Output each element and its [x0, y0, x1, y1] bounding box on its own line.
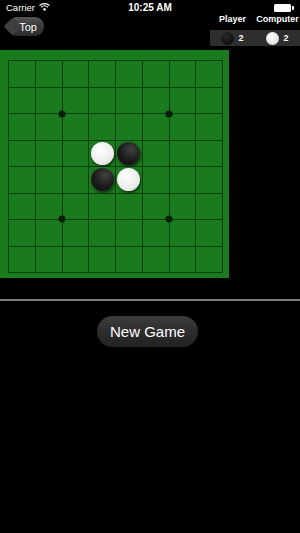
board-cell[interactable] [89, 114, 115, 140]
board-cell[interactable] [170, 220, 196, 246]
board-cell[interactable] [116, 61, 142, 87]
board-cell[interactable] [116, 114, 142, 140]
star-point [165, 110, 172, 117]
board-cell[interactable] [196, 141, 222, 167]
status-clock: 10:25 AM [0, 2, 300, 13]
board-cell[interactable] [196, 61, 222, 87]
board-cell[interactable] [196, 194, 222, 220]
scoreboard-bar: 2 2 [210, 30, 300, 46]
board-cell[interactable] [63, 167, 89, 193]
board-cell[interactable] [143, 247, 169, 273]
board-cell[interactable] [9, 194, 35, 220]
board-cell[interactable] [170, 194, 196, 220]
board-cell[interactable] [9, 141, 35, 167]
player-score: 2 [210, 30, 255, 46]
board-cell[interactable] [36, 61, 62, 87]
board-cell[interactable] [63, 61, 89, 87]
board-cell[interactable] [63, 220, 89, 246]
board-cell[interactable] [9, 88, 35, 114]
black-disc [117, 142, 140, 165]
board-cell[interactable] [116, 220, 142, 246]
white-disc-icon [266, 32, 279, 45]
board-cell[interactable] [63, 114, 89, 140]
star-point [59, 110, 66, 117]
board-cell[interactable] [143, 61, 169, 87]
board-cell[interactable] [89, 141, 115, 167]
board-cell[interactable] [9, 61, 35, 87]
board-cell[interactable] [196, 88, 222, 114]
board-cell[interactable] [143, 88, 169, 114]
board-cell[interactable] [89, 167, 115, 193]
reversi-board [0, 50, 229, 278]
board-cell[interactable] [89, 194, 115, 220]
white-disc [91, 142, 114, 165]
board-cell[interactable] [36, 141, 62, 167]
board-grid [8, 60, 223, 273]
board-cell[interactable] [36, 114, 62, 140]
board-cell[interactable] [36, 194, 62, 220]
back-button-label: Top [12, 17, 44, 36]
board-cell[interactable] [36, 88, 62, 114]
board-cell[interactable] [36, 167, 62, 193]
board-cell[interactable] [36, 247, 62, 273]
black-disc-icon [221, 32, 234, 45]
board-cell[interactable] [116, 167, 142, 193]
board-cell[interactable] [196, 167, 222, 193]
status-bar: Carrier 10:25 AM [0, 0, 300, 15]
back-button-top[interactable]: Top [12, 17, 44, 36]
board-cell[interactable] [170, 114, 196, 140]
board-cell[interactable] [170, 141, 196, 167]
board-cell[interactable] [9, 220, 35, 246]
player-label: Player [210, 14, 255, 24]
board-cell[interactable] [143, 220, 169, 246]
board-cell[interactable] [196, 220, 222, 246]
section-divider [0, 299, 300, 301]
new-game-label: New Game [110, 323, 185, 340]
board-cell[interactable] [9, 247, 35, 273]
computer-score-value: 2 [283, 33, 288, 43]
board-cell[interactable] [170, 61, 196, 87]
board-cell[interactable] [196, 247, 222, 273]
board-cell[interactable] [63, 194, 89, 220]
board-cell[interactable] [89, 247, 115, 273]
star-point [165, 216, 172, 223]
board-cell[interactable] [63, 141, 89, 167]
board-cell[interactable] [116, 141, 142, 167]
scoreboard-labels: Player Computer [210, 14, 300, 24]
board-cell[interactable] [9, 114, 35, 140]
board-cell[interactable] [36, 220, 62, 246]
board-cell[interactable] [143, 194, 169, 220]
white-disc [117, 168, 140, 191]
board-cell[interactable] [63, 88, 89, 114]
board-cell[interactable] [116, 194, 142, 220]
computer-score: 2 [255, 30, 300, 46]
board-cell[interactable] [170, 88, 196, 114]
black-disc [91, 168, 114, 191]
board-cell[interactable] [89, 61, 115, 87]
board-cell[interactable] [196, 114, 222, 140]
player-score-value: 2 [238, 33, 243, 43]
board-cell[interactable] [143, 167, 169, 193]
board-cell[interactable] [89, 220, 115, 246]
board-cell[interactable] [9, 167, 35, 193]
board-cell[interactable] [143, 114, 169, 140]
star-point [59, 216, 66, 223]
board-cell[interactable] [170, 167, 196, 193]
board-cell[interactable] [116, 88, 142, 114]
board-cell[interactable] [63, 247, 89, 273]
board-cell[interactable] [170, 247, 196, 273]
board-cell[interactable] [116, 247, 142, 273]
board-cell[interactable] [89, 88, 115, 114]
new-game-button[interactable]: New Game [97, 316, 198, 347]
battery-icon [274, 4, 291, 12]
computer-label: Computer [255, 14, 300, 24]
phone-screen: Carrier 10:25 AM Top Player Computer 2 2 [0, 0, 300, 533]
board-cell[interactable] [143, 141, 169, 167]
